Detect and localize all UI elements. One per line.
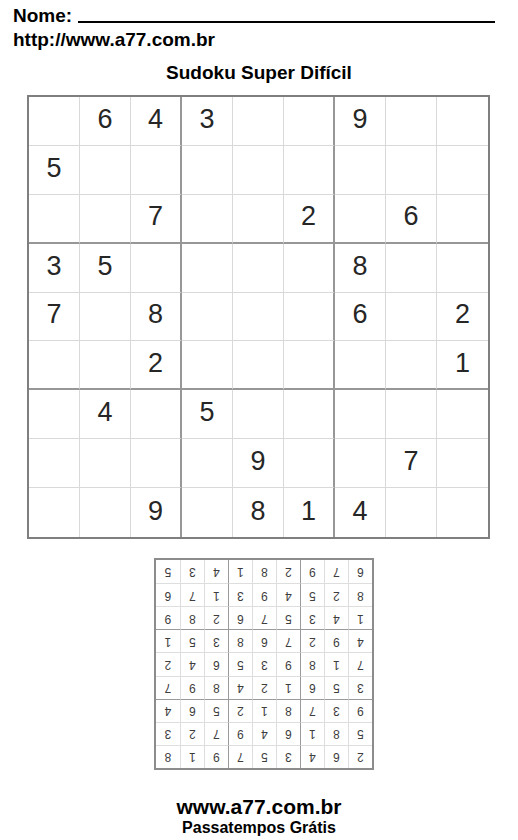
solution-cell-r1c7: 9 <box>204 745 228 768</box>
puzzle-cell-r1c2: 6 <box>80 97 131 146</box>
puzzle-cell-r7c1 <box>29 390 80 439</box>
solution-cell-r4c3: 6 <box>300 676 324 699</box>
puzzle-cell-r1c9 <box>437 97 488 146</box>
sudoku-puzzle-grid: 6439572635878622145979814 <box>27 95 490 539</box>
solution-cell-r4c4: 1 <box>276 676 300 699</box>
puzzle-cell-r8c8: 7 <box>386 439 437 488</box>
solution-cell-r7c7: 2 <box>204 606 228 629</box>
puzzle-cell-r4c4 <box>182 244 233 293</box>
solution-cell-r2c9: 3 <box>156 722 180 745</box>
puzzle-cell-r4c3 <box>131 244 182 293</box>
puzzle-cell-r7c6 <box>284 390 335 439</box>
puzzle-cell-r7c3 <box>131 390 182 439</box>
puzzle-cell-r2c3 <box>131 146 182 195</box>
solution-cell-r3c1: 9 <box>348 699 372 722</box>
puzzle-cell-r7c7 <box>335 390 386 439</box>
printable-sudoku-page: Nome: http://www.a77.com.br Sudoku Super… <box>0 0 518 840</box>
puzzle-cell-r8c3 <box>131 439 182 488</box>
puzzle-cell-r5c7: 6 <box>335 293 386 342</box>
solution-cell-r5c9: 2 <box>156 652 180 675</box>
puzzle-cell-r2c4 <box>182 146 233 195</box>
solution-cell-r3c9: 4 <box>156 699 180 722</box>
puzzle-cell-r7c4: 5 <box>182 390 233 439</box>
solution-cell-r9c1: 6 <box>348 560 372 583</box>
solution-cell-r3c4: 8 <box>276 699 300 722</box>
puzzle-cell-r5c8 <box>386 293 437 342</box>
solution-cell-r6c7: 3 <box>204 629 228 652</box>
solution-cell-r6c3: 2 <box>300 629 324 652</box>
puzzle-cell-r5c3: 8 <box>131 293 182 342</box>
puzzle-cell-r5c1: 7 <box>29 293 80 342</box>
solution-cell-r8c1: 8 <box>348 583 372 606</box>
puzzle-cell-r9c7: 4 <box>335 488 386 537</box>
solution-cell-r3c3: 7 <box>300 699 324 722</box>
puzzle-cell-r9c3: 9 <box>131 488 182 537</box>
footer-site: www.a77.com.br <box>0 795 518 819</box>
puzzle-cell-r3c9 <box>437 195 488 244</box>
puzzle-cell-r9c4 <box>182 488 233 537</box>
name-blank-line <box>78 21 495 23</box>
puzzle-cell-r6c3: 2 <box>131 341 182 390</box>
puzzle-cell-r1c3: 4 <box>131 97 182 146</box>
solution-cell-r3c2: 3 <box>324 699 348 722</box>
puzzle-cell-r3c2 <box>80 195 131 244</box>
solution-cell-r2c6: 9 <box>228 722 252 745</box>
puzzle-cell-r2c5 <box>233 146 284 195</box>
solution-cell-r1c5: 5 <box>252 745 276 768</box>
puzzle-cell-r2c6 <box>284 146 335 195</box>
solution-cell-r7c1: 1 <box>348 606 372 629</box>
solution-cell-r1c4: 3 <box>276 745 300 768</box>
solution-cell-r7c9: 9 <box>156 606 180 629</box>
puzzle-cell-r5c6 <box>284 293 335 342</box>
solution-cell-r9c2: 7 <box>324 560 348 583</box>
solution-cell-r2c7: 7 <box>204 722 228 745</box>
solution-cell-r7c5: 7 <box>252 606 276 629</box>
solution-cell-r6c6: 8 <box>228 629 252 652</box>
puzzle-cell-r4c1: 3 <box>29 244 80 293</box>
puzzle-cell-r5c5 <box>233 293 284 342</box>
solution-cell-r8c5: 9 <box>252 583 276 606</box>
puzzle-cell-r8c1 <box>29 439 80 488</box>
solution-cell-r5c7: 6 <box>204 652 228 675</box>
puzzle-cell-r8c2 <box>80 439 131 488</box>
solution-cell-r9c4: 2 <box>276 560 300 583</box>
solution-cell-r8c6: 3 <box>228 583 252 606</box>
puzzle-cell-r1c6 <box>284 97 335 146</box>
solution-cell-r4c5: 2 <box>252 676 276 699</box>
site-url: http://www.a77.com.br <box>13 29 215 51</box>
puzzle-cell-r7c8 <box>386 390 437 439</box>
puzzle-cell-r9c8 <box>386 488 437 537</box>
solution-cell-r3c7: 5 <box>204 699 228 722</box>
puzzle-cell-r3c1 <box>29 195 80 244</box>
puzzle-cell-r4c6 <box>284 244 335 293</box>
puzzle-cell-r9c6: 1 <box>284 488 335 537</box>
puzzle-cell-r9c9 <box>437 488 488 537</box>
solution-cell-r7c8: 8 <box>180 606 204 629</box>
puzzle-cell-r1c8 <box>386 97 437 146</box>
solution-cell-r8c4: 4 <box>276 583 300 606</box>
puzzle-cell-r3c5 <box>233 195 284 244</box>
puzzle-cell-r6c1 <box>29 341 80 390</box>
puzzle-cell-r7c5 <box>233 390 284 439</box>
solution-cell-r4c1: 3 <box>348 676 372 699</box>
solution-cell-r1c3: 4 <box>300 745 324 768</box>
puzzle-cell-r2c1: 5 <box>29 146 80 195</box>
solution-cell-r2c5: 4 <box>252 722 276 745</box>
puzzle-cell-r8c4 <box>182 439 233 488</box>
solution-cell-r8c7: 1 <box>204 583 228 606</box>
puzzle-cell-r6c8 <box>386 341 437 390</box>
footer-tagline: Passatempos Grátis <box>0 819 518 837</box>
solution-cell-r9c7: 4 <box>204 560 228 583</box>
puzzle-cell-r6c2 <box>80 341 131 390</box>
puzzle-cell-r9c2 <box>80 488 131 537</box>
solution-cell-r5c1: 7 <box>348 652 372 675</box>
solution-cell-r6c1: 4 <box>348 629 372 652</box>
solution-cell-r6c9: 1 <box>156 629 180 652</box>
puzzle-cell-r6c9: 1 <box>437 341 488 390</box>
solution-cell-r3c5: 1 <box>252 699 276 722</box>
solution-cell-r2c2: 8 <box>324 722 348 745</box>
puzzle-cell-r5c9: 2 <box>437 293 488 342</box>
puzzle-cell-r7c9 <box>437 390 488 439</box>
puzzle-cell-r3c3: 7 <box>131 195 182 244</box>
solution-cell-r5c4: 9 <box>276 652 300 675</box>
solution-cell-r8c8: 7 <box>180 583 204 606</box>
puzzle-cell-r9c1 <box>29 488 80 537</box>
puzzle-cell-r1c5 <box>233 97 284 146</box>
puzzle-cell-r2c7 <box>335 146 386 195</box>
solution-cell-r1c9: 8 <box>156 745 180 768</box>
solution-cell-r2c8: 2 <box>180 722 204 745</box>
puzzle-cell-r6c4 <box>182 341 233 390</box>
solution-cell-r5c8: 4 <box>180 652 204 675</box>
puzzle-cell-r6c5 <box>233 341 284 390</box>
puzzle-cell-r4c5 <box>233 244 284 293</box>
solution-cell-r6c8: 5 <box>180 629 204 652</box>
solution-cell-r9c6: 1 <box>228 560 252 583</box>
puzzle-cell-r9c5: 8 <box>233 488 284 537</box>
solution-cell-r9c9: 5 <box>156 560 180 583</box>
solution-cell-r9c8: 3 <box>180 560 204 583</box>
solution-cell-r8c9: 6 <box>156 583 180 606</box>
solution-cell-r3c6: 2 <box>228 699 252 722</box>
solution-cell-r2c1: 5 <box>348 722 372 745</box>
solution-cell-r7c4: 5 <box>276 606 300 629</box>
puzzle-cell-r2c9 <box>437 146 488 195</box>
puzzle-cell-r3c6: 2 <box>284 195 335 244</box>
solution-cell-r4c7: 8 <box>204 676 228 699</box>
solution-cell-r5c5: 3 <box>252 652 276 675</box>
solution-cell-r2c4: 6 <box>276 722 300 745</box>
solution-cell-r6c4: 7 <box>276 629 300 652</box>
solution-cell-r5c3: 8 <box>300 652 324 675</box>
puzzle-cell-r2c2 <box>80 146 131 195</box>
puzzle-cell-r8c7 <box>335 439 386 488</box>
puzzle-cell-r4c7: 8 <box>335 244 386 293</box>
sudoku-solution-grid-rotated: 2643579185816497239378125643561248977189… <box>154 558 374 770</box>
solution-cell-r8c3: 5 <box>300 583 324 606</box>
puzzle-cell-r8c5: 9 <box>233 439 284 488</box>
puzzle-cell-r3c4 <box>182 195 233 244</box>
puzzle-cell-r4c2: 5 <box>80 244 131 293</box>
puzzle-cell-r2c8 <box>386 146 437 195</box>
puzzle-cell-r7c2: 4 <box>80 390 131 439</box>
solution-cell-r1c2: 6 <box>324 745 348 768</box>
solution-cell-r7c2: 4 <box>324 606 348 629</box>
solution-cell-r1c8: 1 <box>180 745 204 768</box>
solution-cell-r9c5: 8 <box>252 560 276 583</box>
solution-cell-r6c5: 6 <box>252 629 276 652</box>
solution-cell-r8c2: 2 <box>324 583 348 606</box>
solution-cell-r4c6: 4 <box>228 676 252 699</box>
solution-cell-r7c3: 3 <box>300 606 324 629</box>
page-title: Sudoku Super Difícil <box>0 62 518 84</box>
puzzle-cell-r1c1 <box>29 97 80 146</box>
solution-cell-r5c6: 5 <box>228 652 252 675</box>
solution-cell-r4c2: 5 <box>324 676 348 699</box>
puzzle-cell-r5c2 <box>80 293 131 342</box>
solution-cell-r4c8: 9 <box>180 676 204 699</box>
solution-cell-r6c2: 9 <box>324 629 348 652</box>
solution-cell-r5c2: 1 <box>324 652 348 675</box>
solution-cell-r9c3: 9 <box>300 560 324 583</box>
puzzle-cell-r4c9 <box>437 244 488 293</box>
solution-cell-r1c6: 7 <box>228 745 252 768</box>
solution-cell-r2c3: 1 <box>300 722 324 745</box>
puzzle-cell-r4c8 <box>386 244 437 293</box>
solution-cell-r7c6: 6 <box>228 606 252 629</box>
puzzle-cell-r6c6 <box>284 341 335 390</box>
solution-cell-r4c9: 7 <box>156 676 180 699</box>
puzzle-cell-r8c9 <box>437 439 488 488</box>
puzzle-cell-r1c4: 3 <box>182 97 233 146</box>
puzzle-cell-r8c6 <box>284 439 335 488</box>
puzzle-cell-r3c7 <box>335 195 386 244</box>
puzzle-cell-r3c8: 6 <box>386 195 437 244</box>
puzzle-cell-r6c7 <box>335 341 386 390</box>
name-label: Nome: <box>13 5 72 27</box>
solution-cell-r1c1: 2 <box>348 745 372 768</box>
puzzle-cell-r1c7: 9 <box>335 97 386 146</box>
puzzle-cell-r5c4 <box>182 293 233 342</box>
solution-cell-r3c8: 6 <box>180 699 204 722</box>
